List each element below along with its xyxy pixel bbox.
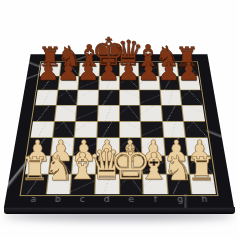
square-f7 — [139, 76, 159, 90]
file-label-d: d — [94, 194, 119, 206]
square-d1 — [95, 175, 118, 194]
square-f6 — [139, 90, 160, 104]
file-label-e: e — [119, 194, 144, 206]
board-grid — [22, 63, 216, 194]
square-e5 — [119, 105, 140, 120]
square-f8 — [138, 63, 157, 76]
square-e1 — [119, 175, 142, 194]
square-a5 — [33, 105, 55, 120]
square-f4 — [141, 121, 163, 137]
square-a4 — [30, 121, 53, 137]
file-label-h: h — [191, 194, 217, 206]
square-b4 — [52, 121, 74, 137]
file-label-g: g — [167, 194, 193, 206]
square-d7 — [99, 76, 119, 90]
square-g4 — [162, 121, 184, 137]
square-h2 — [188, 156, 213, 174]
square-c4 — [75, 121, 97, 137]
square-b7 — [58, 76, 79, 90]
square-c6 — [77, 90, 98, 104]
square-f2 — [142, 156, 165, 174]
square-a3 — [27, 138, 51, 155]
square-a1 — [22, 175, 47, 194]
square-e6 — [119, 90, 139, 104]
square-e4 — [119, 121, 140, 137]
square-d2 — [95, 156, 118, 174]
square-h4 — [184, 121, 207, 137]
square-h5 — [182, 105, 204, 120]
square-c3 — [73, 138, 96, 155]
square-b2 — [48, 156, 72, 174]
square-d6 — [98, 90, 118, 104]
square-b5 — [54, 105, 76, 120]
chess-board: abcdefgh — [3, 54, 233, 208]
square-h1 — [190, 175, 215, 194]
square-g2 — [165, 156, 189, 174]
square-c1 — [70, 175, 94, 194]
square-b3 — [50, 138, 73, 155]
square-g5 — [161, 105, 183, 120]
square-c5 — [76, 105, 97, 120]
file-label-a: a — [20, 194, 46, 206]
square-h8 — [177, 63, 197, 76]
square-d3 — [96, 138, 118, 155]
square-f1 — [143, 175, 167, 194]
square-b6 — [56, 90, 77, 104]
square-e2 — [119, 156, 142, 174]
square-a8 — [39, 63, 59, 76]
square-g8 — [158, 63, 178, 76]
square-h7 — [179, 76, 200, 90]
square-g1 — [166, 175, 191, 194]
file-label-b: b — [44, 194, 70, 206]
square-e3 — [119, 138, 141, 155]
chess-set-photo: abcdefgh ♜♞♝♚♛♝♞♜♟♟♟♟♟♟♟♟♟♟♟♟♟♟♟♟♜♞♝♛♚♝♞… — [0, 0, 238, 238]
square-f5 — [140, 105, 161, 120]
square-b1 — [46, 175, 71, 194]
square-b8 — [59, 63, 79, 76]
square-d8 — [99, 63, 118, 76]
square-a7 — [37, 76, 58, 90]
square-d5 — [97, 105, 118, 120]
square-c8 — [79, 63, 98, 76]
square-f3 — [141, 138, 164, 155]
square-e8 — [119, 63, 138, 76]
board-front-edge — [4, 207, 235, 214]
square-h6 — [180, 90, 202, 104]
square-g7 — [159, 76, 180, 90]
file-label-f: f — [143, 194, 168, 206]
square-h3 — [186, 138, 210, 155]
square-a2 — [25, 156, 50, 174]
square-a6 — [35, 90, 57, 104]
square-g6 — [160, 90, 181, 104]
file-label-c: c — [69, 194, 94, 206]
square-c2 — [72, 156, 95, 174]
square-e7 — [119, 76, 139, 90]
square-d4 — [97, 121, 118, 137]
square-g3 — [164, 138, 187, 155]
square-c7 — [78, 76, 98, 90]
